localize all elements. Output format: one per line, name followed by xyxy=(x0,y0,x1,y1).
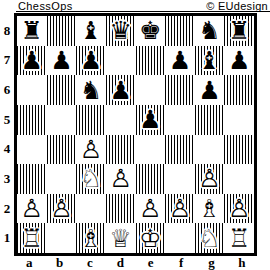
square-g5 xyxy=(195,105,225,135)
square-h4 xyxy=(224,135,254,165)
piece-glyph: ♙ xyxy=(195,164,225,194)
square-h3 xyxy=(224,164,254,194)
piece-glyph: ♟ xyxy=(76,46,106,76)
square-b7: ♟♟ xyxy=(47,46,77,76)
square-b5 xyxy=(47,105,77,135)
square-h5 xyxy=(224,105,254,135)
piece-glyph: ♙ xyxy=(76,135,106,165)
white-king: ♚♔ xyxy=(136,223,166,253)
white-pawn: ♟♙ xyxy=(106,164,136,194)
piece-glyph: ♙ xyxy=(224,194,254,224)
square-a5 xyxy=(17,105,47,135)
square-d2 xyxy=(106,194,136,224)
piece-glyph: ♘ xyxy=(195,223,225,253)
square-e4 xyxy=(136,135,166,165)
piece-glyph: ♟ xyxy=(17,46,47,76)
square-e1: ♚♔ xyxy=(136,223,166,253)
rank-label-8: 8 xyxy=(0,16,14,46)
piece-glyph: ♜ xyxy=(224,16,254,46)
black-knight: ♞♞ xyxy=(76,75,106,105)
piece-glyph: ♙ xyxy=(106,164,136,194)
white-knight: ♞♘ xyxy=(76,164,106,194)
file-label-e: e xyxy=(136,256,166,270)
square-c2 xyxy=(76,194,106,224)
square-g3: ♟♙ xyxy=(195,164,225,194)
square-h6 xyxy=(224,75,254,105)
white-pawn: ♟♙ xyxy=(17,194,47,224)
square-h2: ♟♙ xyxy=(224,194,254,224)
file-label-f: f xyxy=(166,256,196,270)
square-d3: ♟♙ xyxy=(106,164,136,194)
square-d1: ♛♕ xyxy=(106,223,136,253)
piece-glyph: ♟ xyxy=(106,75,136,105)
square-g4 xyxy=(195,135,225,165)
piece-glyph: ♚ xyxy=(136,16,166,46)
rank-label-4: 4 xyxy=(0,135,14,165)
black-pawn: ♟♟ xyxy=(47,46,77,76)
rank-label-5: 5 xyxy=(0,105,14,135)
square-h8: ♜♜ xyxy=(224,16,254,46)
square-c3: ♞♘ xyxy=(76,164,106,194)
piece-glyph: ♖ xyxy=(17,223,47,253)
white-pawn: ♟♙ xyxy=(47,194,77,224)
rank-label-2: 2 xyxy=(0,194,14,224)
black-pawn: ♟♟ xyxy=(76,46,106,76)
square-f7: ♟♟ xyxy=(165,46,195,76)
square-a3 xyxy=(17,164,47,194)
square-f1 xyxy=(165,223,195,253)
rank-label-7: 7 xyxy=(0,46,14,76)
rank-label-1: 1 xyxy=(0,223,14,253)
black-queen: ♛♛ xyxy=(106,16,136,46)
square-c5 xyxy=(76,105,106,135)
square-h7: ♟♟ xyxy=(224,46,254,76)
piece-glyph: ♕ xyxy=(106,223,136,253)
black-rook: ♜♜ xyxy=(224,16,254,46)
square-g6: ♟♟ xyxy=(195,75,225,105)
white-pawn: ♟♙ xyxy=(224,194,254,224)
square-f2: ♟♙ xyxy=(165,194,195,224)
square-c1: ♝♗ xyxy=(76,223,106,253)
piece-glyph: ♟ xyxy=(165,46,195,76)
black-pawn: ♟♟ xyxy=(165,46,195,76)
square-b1 xyxy=(47,223,77,253)
white-knight: ♞♘ xyxy=(195,223,225,253)
square-d4 xyxy=(106,135,136,165)
file-label-h: h xyxy=(227,256,257,270)
rank-label-3: 3 xyxy=(0,164,14,194)
rank-labels: 87654321 xyxy=(0,16,14,253)
file-label-c: c xyxy=(75,256,105,270)
square-c7: ♟♟ xyxy=(76,46,106,76)
black-pawn: ♟♟ xyxy=(17,46,47,76)
piece-glyph: ♗ xyxy=(76,223,106,253)
square-b8 xyxy=(47,16,77,46)
white-pawn: ♟♙ xyxy=(195,164,225,194)
square-f4 xyxy=(165,135,195,165)
piece-glyph: ♔ xyxy=(136,223,166,253)
piece-glyph: ♙ xyxy=(136,194,166,224)
square-b6 xyxy=(47,75,77,105)
white-bishop: ♝♗ xyxy=(76,223,106,253)
square-g8: ♞♞ xyxy=(195,16,225,46)
square-a6 xyxy=(17,75,47,105)
black-pawn: ♟♟ xyxy=(195,75,225,105)
white-queen: ♛♕ xyxy=(106,223,136,253)
piece-glyph: ♟ xyxy=(47,46,77,76)
piece-glyph: ♖ xyxy=(224,223,254,253)
square-d6: ♟♟ xyxy=(106,75,136,105)
file-label-g: g xyxy=(196,256,226,270)
square-g7: ♝♝ xyxy=(195,46,225,76)
piece-glyph: ♝ xyxy=(195,46,225,76)
square-b3 xyxy=(47,164,77,194)
square-f3 xyxy=(165,164,195,194)
square-d7 xyxy=(106,46,136,76)
square-e3 xyxy=(136,164,166,194)
square-e8: ♚♚ xyxy=(136,16,166,46)
header-underline xyxy=(16,11,270,12)
square-f5 xyxy=(165,105,195,135)
square-f6 xyxy=(165,75,195,105)
piece-glyph: ♗ xyxy=(195,194,225,224)
square-a1: ♜♖ xyxy=(17,223,47,253)
white-bishop: ♝♗ xyxy=(195,194,225,224)
white-pawn: ♟♙ xyxy=(165,194,195,224)
piece-glyph: ♛ xyxy=(106,16,136,46)
square-c4: ♟♙ xyxy=(76,135,106,165)
piece-glyph: ♙ xyxy=(17,194,47,224)
square-e5: ♟♟ xyxy=(136,105,166,135)
black-rook: ♜♜ xyxy=(17,16,47,46)
square-d5 xyxy=(106,105,136,135)
piece-glyph: ♞ xyxy=(195,16,225,46)
square-g2: ♝♗ xyxy=(195,194,225,224)
black-knight: ♞♞ xyxy=(195,16,225,46)
file-label-b: b xyxy=(44,256,74,270)
square-e6 xyxy=(136,75,166,105)
square-a8: ♜♜ xyxy=(17,16,47,46)
piece-glyph: ♞ xyxy=(76,75,106,105)
white-pawn: ♟♙ xyxy=(136,194,166,224)
piece-glyph: ♝ xyxy=(76,16,106,46)
black-pawn: ♟♟ xyxy=(224,46,254,76)
piece-glyph: ♟ xyxy=(136,105,166,135)
square-a4 xyxy=(17,135,47,165)
rank-label-6: 6 xyxy=(0,75,14,105)
square-c8: ♝♝ xyxy=(76,16,106,46)
square-a2: ♟♙ xyxy=(17,194,47,224)
white-rook: ♜♖ xyxy=(224,223,254,253)
piece-glyph: ♟ xyxy=(224,46,254,76)
chess-board: ♜♜♝♝♛♛♚♚♞♞♜♜♟♟♟♟♟♟♟♟♝♝♟♟♞♞♟♟♟♟♟♟♟♙♞♘♟♙♟♙… xyxy=(14,13,257,256)
square-h1: ♜♖ xyxy=(224,223,254,253)
black-king: ♚♚ xyxy=(136,16,166,46)
square-b2: ♟♙ xyxy=(47,194,77,224)
file-labels: abcdefgh xyxy=(14,256,257,270)
black-bishop: ♝♝ xyxy=(76,16,106,46)
square-g1: ♞♘ xyxy=(195,223,225,253)
black-pawn: ♟♟ xyxy=(136,105,166,135)
piece-glyph: ♘ xyxy=(76,164,106,194)
square-e7 xyxy=(136,46,166,76)
piece-glyph: ♟ xyxy=(195,75,225,105)
piece-glyph: ♙ xyxy=(47,194,77,224)
piece-glyph: ♙ xyxy=(165,194,195,224)
square-c6: ♞♞ xyxy=(76,75,106,105)
square-b4 xyxy=(47,135,77,165)
white-pawn: ♟♙ xyxy=(76,135,106,165)
file-label-d: d xyxy=(105,256,135,270)
black-bishop: ♝♝ xyxy=(195,46,225,76)
black-pawn: ♟♟ xyxy=(106,75,136,105)
piece-glyph: ♜ xyxy=(17,16,47,46)
square-d8: ♛♛ xyxy=(106,16,136,46)
square-e2: ♟♙ xyxy=(136,194,166,224)
square-a7: ♟♟ xyxy=(17,46,47,76)
square-f8 xyxy=(165,16,195,46)
white-rook: ♜♖ xyxy=(17,223,47,253)
file-label-a: a xyxy=(14,256,44,270)
